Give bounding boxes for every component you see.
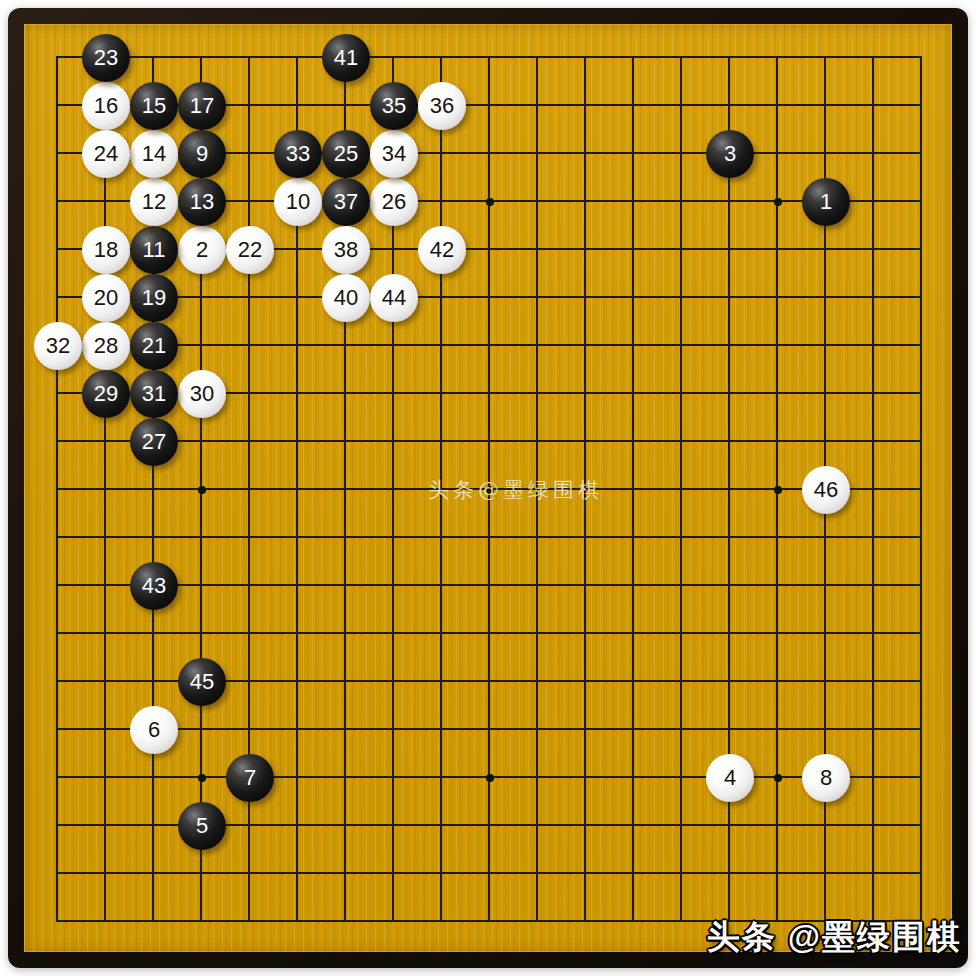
stone-21-black: 21 bbox=[130, 322, 178, 370]
stone-40-white: 40 bbox=[322, 274, 370, 322]
stone-11-black: 11 bbox=[130, 226, 178, 274]
stone-22-white: 22 bbox=[226, 226, 274, 274]
stone-12-white: 12 bbox=[130, 178, 178, 226]
star-point bbox=[774, 198, 782, 206]
stone-16-white: 16 bbox=[82, 82, 130, 130]
stone-42-white: 42 bbox=[418, 226, 466, 274]
stone-2-white: 2 bbox=[178, 226, 226, 274]
stone-35-black: 35 bbox=[370, 82, 418, 130]
stone-3-black: 3 bbox=[706, 130, 754, 178]
go-board: 1234567891011121314151617181920212223242… bbox=[24, 24, 952, 952]
stone-31-black: 31 bbox=[130, 370, 178, 418]
stone-9-black: 9 bbox=[178, 130, 226, 178]
star-point bbox=[486, 198, 494, 206]
stone-14-white: 14 bbox=[130, 130, 178, 178]
stone-41-black: 41 bbox=[322, 34, 370, 82]
star-point bbox=[198, 774, 206, 782]
watermark-bottom-right: 头条 @墨绿围棋 bbox=[707, 915, 962, 960]
stone-10-white: 10 bbox=[274, 178, 322, 226]
star-point bbox=[198, 486, 206, 494]
stone-38-white: 38 bbox=[322, 226, 370, 274]
stone-46-white: 46 bbox=[802, 466, 850, 514]
stone-15-black: 15 bbox=[130, 82, 178, 130]
stone-34-white: 34 bbox=[370, 130, 418, 178]
stone-5-black: 5 bbox=[178, 802, 226, 850]
stone-32-white: 32 bbox=[34, 322, 82, 370]
stone-18-white: 18 bbox=[82, 226, 130, 274]
stone-27-black: 27 bbox=[130, 418, 178, 466]
star-point bbox=[486, 774, 494, 782]
stone-24-white: 24 bbox=[82, 130, 130, 178]
stone-8-white: 8 bbox=[802, 754, 850, 802]
stone-25-black: 25 bbox=[322, 130, 370, 178]
star-point bbox=[774, 774, 782, 782]
watermark-center: 头条@墨绿围棋 bbox=[428, 476, 603, 504]
stone-29-black: 29 bbox=[82, 370, 130, 418]
stone-30-white: 30 bbox=[178, 370, 226, 418]
stone-44-white: 44 bbox=[370, 274, 418, 322]
stone-7-black: 7 bbox=[226, 754, 274, 802]
page: { "game": "go", "board_size": 19, "color… bbox=[0, 0, 976, 976]
star-point bbox=[774, 486, 782, 494]
stone-33-black: 33 bbox=[274, 130, 322, 178]
stone-43-black: 43 bbox=[130, 562, 178, 610]
stone-6-white: 6 bbox=[130, 706, 178, 754]
stone-17-black: 17 bbox=[178, 82, 226, 130]
stone-13-black: 13 bbox=[178, 178, 226, 226]
stone-37-black: 37 bbox=[322, 178, 370, 226]
stone-28-white: 28 bbox=[82, 322, 130, 370]
stone-23-black: 23 bbox=[82, 34, 130, 82]
stone-36-white: 36 bbox=[418, 82, 466, 130]
stone-19-black: 19 bbox=[130, 274, 178, 322]
stone-45-black: 45 bbox=[178, 658, 226, 706]
stone-20-white: 20 bbox=[82, 274, 130, 322]
stone-26-white: 26 bbox=[370, 178, 418, 226]
stone-1-black: 1 bbox=[802, 178, 850, 226]
stone-4-white: 4 bbox=[706, 754, 754, 802]
